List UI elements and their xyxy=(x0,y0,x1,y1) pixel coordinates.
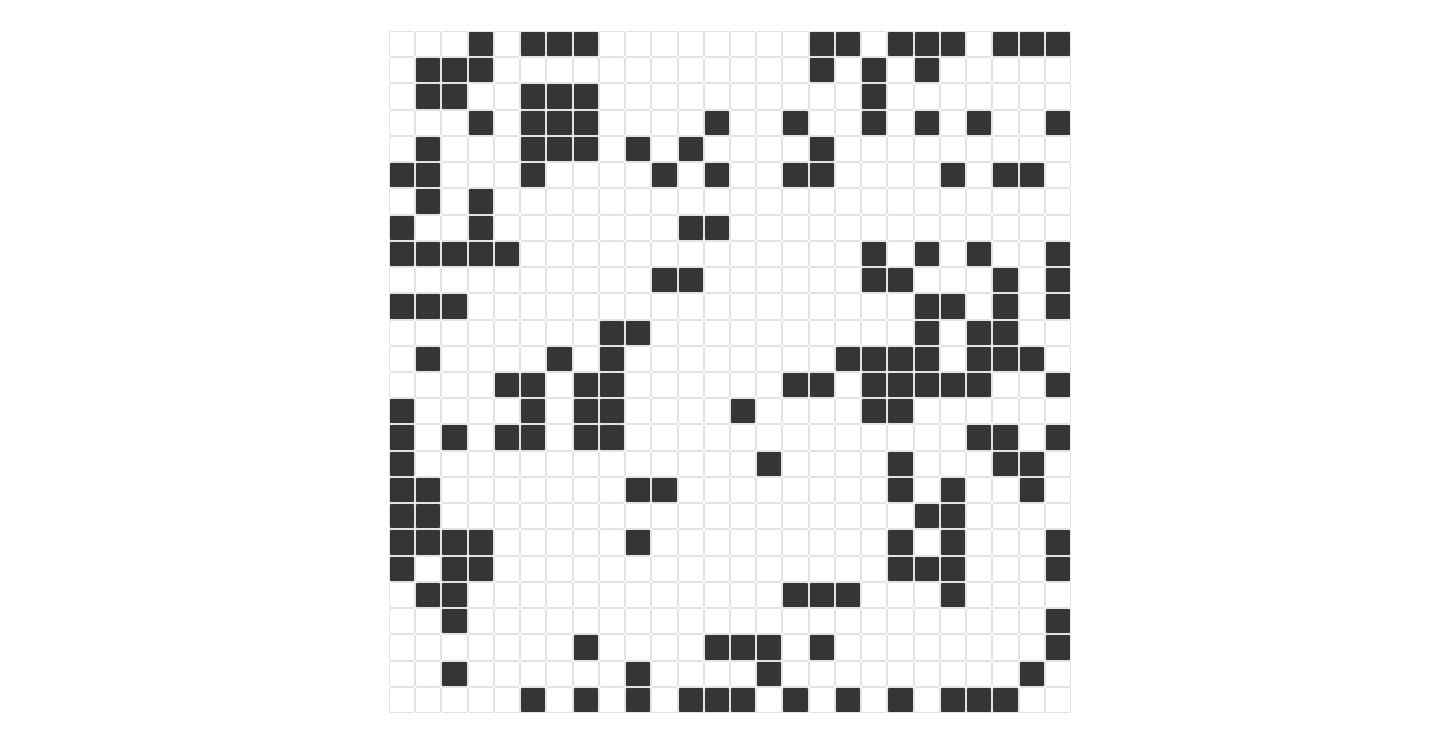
grid-cell[interactable] xyxy=(756,83,782,109)
grid-cell[interactable] xyxy=(389,57,415,83)
grid-cell[interactable] xyxy=(861,241,887,267)
grid-cell[interactable] xyxy=(678,241,704,267)
grid-cell[interactable] xyxy=(966,582,992,608)
grid-cell[interactable] xyxy=(389,267,415,293)
grid-cell[interactable] xyxy=(678,293,704,319)
grid-cell[interactable] xyxy=(914,215,940,241)
grid-cell[interactable] xyxy=(468,110,494,136)
grid-cell[interactable] xyxy=(441,346,467,372)
grid-cell[interactable] xyxy=(468,529,494,555)
grid-cell[interactable] xyxy=(546,529,572,555)
grid-cell[interactable] xyxy=(599,687,625,713)
grid-cell[interactable] xyxy=(914,503,940,529)
grid-cell[interactable] xyxy=(678,372,704,398)
grid-cell[interactable] xyxy=(835,556,861,582)
grid-cell[interactable] xyxy=(520,320,546,346)
grid-cell[interactable] xyxy=(809,608,835,634)
grid-cell[interactable] xyxy=(441,188,467,214)
grid-cell[interactable] xyxy=(1045,110,1071,136)
grid-cell[interactable] xyxy=(573,267,599,293)
grid-cell[interactable] xyxy=(415,608,441,634)
grid-cell[interactable] xyxy=(861,661,887,687)
grid-cell[interactable] xyxy=(992,608,1018,634)
grid-cell[interactable] xyxy=(835,529,861,555)
grid-cell[interactable] xyxy=(520,162,546,188)
grid-cell[interactable] xyxy=(1045,372,1071,398)
grid-cell[interactable] xyxy=(389,215,415,241)
grid-cell[interactable] xyxy=(651,529,677,555)
grid-cell[interactable] xyxy=(782,582,808,608)
grid-cell[interactable] xyxy=(940,136,966,162)
grid-cell[interactable] xyxy=(441,215,467,241)
grid-cell[interactable] xyxy=(625,215,651,241)
grid-cell[interactable] xyxy=(835,346,861,372)
grid-cell[interactable] xyxy=(441,241,467,267)
grid-cell[interactable] xyxy=(730,424,756,450)
grid-cell[interactable] xyxy=(1019,608,1045,634)
grid-cell[interactable] xyxy=(651,110,677,136)
grid-cell[interactable] xyxy=(887,424,913,450)
grid-cell[interactable] xyxy=(940,608,966,634)
grid-cell[interactable] xyxy=(468,398,494,424)
grid-cell[interactable] xyxy=(441,83,467,109)
grid-cell[interactable] xyxy=(651,346,677,372)
grid-cell[interactable] xyxy=(756,582,782,608)
grid-cell[interactable] xyxy=(861,608,887,634)
grid-cell[interactable] xyxy=(730,661,756,687)
grid-cell[interactable] xyxy=(651,293,677,319)
grid-cell[interactable] xyxy=(756,661,782,687)
grid-cell[interactable] xyxy=(1019,215,1045,241)
grid-cell[interactable] xyxy=(468,372,494,398)
grid-cell[interactable] xyxy=(835,320,861,346)
grid-cell[interactable] xyxy=(1045,661,1071,687)
grid-cell[interactable] xyxy=(730,188,756,214)
grid-cell[interactable] xyxy=(704,136,730,162)
grid-cell[interactable] xyxy=(415,136,441,162)
grid-cell[interactable] xyxy=(546,503,572,529)
grid-cell[interactable] xyxy=(914,293,940,319)
grid-cell[interactable] xyxy=(1045,424,1071,450)
grid-cell[interactable] xyxy=(887,634,913,660)
grid-cell[interactable] xyxy=(782,556,808,582)
grid-cell[interactable] xyxy=(520,136,546,162)
grid-cell[interactable] xyxy=(625,477,651,503)
grid-cell[interactable] xyxy=(546,31,572,57)
grid-cell[interactable] xyxy=(389,188,415,214)
grid-cell[interactable] xyxy=(835,451,861,477)
grid-cell[interactable] xyxy=(415,188,441,214)
grid-cell[interactable] xyxy=(730,477,756,503)
grid-cell[interactable] xyxy=(887,372,913,398)
grid-cell[interactable] xyxy=(704,188,730,214)
grid-cell[interactable] xyxy=(966,372,992,398)
grid-cell[interactable] xyxy=(861,634,887,660)
grid-cell[interactable] xyxy=(389,136,415,162)
grid-cell[interactable] xyxy=(704,31,730,57)
grid-cell[interactable] xyxy=(520,293,546,319)
grid-cell[interactable] xyxy=(1019,136,1045,162)
grid-cell[interactable] xyxy=(599,293,625,319)
grid-cell[interactable] xyxy=(966,661,992,687)
grid-cell[interactable] xyxy=(599,503,625,529)
grid-cell[interactable] xyxy=(573,529,599,555)
grid-cell[interactable] xyxy=(651,267,677,293)
grid-cell[interactable] xyxy=(782,136,808,162)
grid-cell[interactable] xyxy=(415,293,441,319)
grid-cell[interactable] xyxy=(809,83,835,109)
grid-cell[interactable] xyxy=(494,320,520,346)
grid-cell[interactable] xyxy=(1045,215,1071,241)
grid-cell[interactable] xyxy=(441,110,467,136)
grid-cell[interactable] xyxy=(678,136,704,162)
grid-cell[interactable] xyxy=(494,372,520,398)
grid-cell[interactable] xyxy=(546,477,572,503)
grid-cell[interactable] xyxy=(1019,398,1045,424)
grid-cell[interactable] xyxy=(730,529,756,555)
grid-cell[interactable] xyxy=(520,398,546,424)
grid-cell[interactable] xyxy=(494,556,520,582)
grid-cell[interactable] xyxy=(678,634,704,660)
grid-cell[interactable] xyxy=(468,293,494,319)
grid-cell[interactable] xyxy=(782,372,808,398)
grid-cell[interactable] xyxy=(546,346,572,372)
grid-cell[interactable] xyxy=(887,57,913,83)
grid-cell[interactable] xyxy=(940,31,966,57)
grid-cell[interactable] xyxy=(992,346,1018,372)
grid-cell[interactable] xyxy=(494,608,520,634)
grid-cell[interactable] xyxy=(966,608,992,634)
grid-cell[interactable] xyxy=(678,346,704,372)
grid-cell[interactable] xyxy=(468,57,494,83)
grid-cell[interactable] xyxy=(861,83,887,109)
grid-cell[interactable] xyxy=(494,110,520,136)
grid-cell[interactable] xyxy=(730,267,756,293)
grid-cell[interactable] xyxy=(573,31,599,57)
grid-cell[interactable] xyxy=(704,162,730,188)
grid-cell[interactable] xyxy=(441,529,467,555)
grid-cell[interactable] xyxy=(494,634,520,660)
grid-cell[interactable] xyxy=(861,451,887,477)
grid-cell[interactable] xyxy=(835,136,861,162)
grid-cell[interactable] xyxy=(573,687,599,713)
grid-cell[interactable] xyxy=(678,503,704,529)
grid-cell[interactable] xyxy=(835,57,861,83)
grid-cell[interactable] xyxy=(651,634,677,660)
grid-cell[interactable] xyxy=(546,136,572,162)
grid-cell[interactable] xyxy=(940,451,966,477)
grid-cell[interactable] xyxy=(835,267,861,293)
grid-cell[interactable] xyxy=(625,398,651,424)
grid-cell[interactable] xyxy=(809,634,835,660)
grid-cell[interactable] xyxy=(730,634,756,660)
grid-cell[interactable] xyxy=(678,188,704,214)
grid-cell[interactable] xyxy=(782,634,808,660)
grid-cell[interactable] xyxy=(1045,634,1071,660)
grid-cell[interactable] xyxy=(651,582,677,608)
grid-cell[interactable] xyxy=(966,320,992,346)
grid-cell[interactable] xyxy=(678,83,704,109)
grid-cell[interactable] xyxy=(704,477,730,503)
grid-cell[interactable] xyxy=(389,608,415,634)
grid-cell[interactable] xyxy=(599,162,625,188)
grid-cell[interactable] xyxy=(599,31,625,57)
grid-cell[interactable] xyxy=(1045,31,1071,57)
grid-cell[interactable] xyxy=(546,293,572,319)
grid-cell[interactable] xyxy=(704,241,730,267)
grid-cell[interactable] xyxy=(914,31,940,57)
grid-cell[interactable] xyxy=(441,162,467,188)
grid-cell[interactable] xyxy=(1045,57,1071,83)
grid-cell[interactable] xyxy=(441,687,467,713)
grid-cell[interactable] xyxy=(704,634,730,660)
grid-cell[interactable] xyxy=(730,608,756,634)
grid-cell[interactable] xyxy=(520,529,546,555)
grid-cell[interactable] xyxy=(389,83,415,109)
grid-cell[interactable] xyxy=(782,188,808,214)
grid-cell[interactable] xyxy=(573,293,599,319)
grid-cell[interactable] xyxy=(599,529,625,555)
grid-cell[interactable] xyxy=(861,162,887,188)
grid-cell[interactable] xyxy=(835,110,861,136)
grid-cell[interactable] xyxy=(651,320,677,346)
grid-cell[interactable] xyxy=(756,188,782,214)
grid-cell[interactable] xyxy=(546,424,572,450)
grid-cell[interactable] xyxy=(651,83,677,109)
grid-cell[interactable] xyxy=(782,241,808,267)
grid-cell[interactable] xyxy=(520,188,546,214)
grid-cell[interactable] xyxy=(966,57,992,83)
grid-cell[interactable] xyxy=(704,110,730,136)
grid-cell[interactable] xyxy=(415,661,441,687)
grid-cell[interactable] xyxy=(966,293,992,319)
grid-cell[interactable] xyxy=(573,451,599,477)
grid-cell[interactable] xyxy=(756,57,782,83)
grid-cell[interactable] xyxy=(651,477,677,503)
grid-cell[interactable] xyxy=(835,661,861,687)
grid-cell[interactable] xyxy=(940,110,966,136)
grid-cell[interactable] xyxy=(782,267,808,293)
grid-cell[interactable] xyxy=(468,582,494,608)
grid-cell[interactable] xyxy=(599,188,625,214)
grid-cell[interactable] xyxy=(599,451,625,477)
grid-cell[interactable] xyxy=(546,57,572,83)
grid-cell[interactable] xyxy=(1045,477,1071,503)
grid-cell[interactable] xyxy=(730,556,756,582)
grid-cell[interactable] xyxy=(782,503,808,529)
grid-cell[interactable] xyxy=(914,346,940,372)
grid-cell[interactable] xyxy=(992,162,1018,188)
grid-cell[interactable] xyxy=(599,57,625,83)
grid-cell[interactable] xyxy=(914,608,940,634)
grid-cell[interactable] xyxy=(520,634,546,660)
grid-cell[interactable] xyxy=(1019,188,1045,214)
grid-cell[interactable] xyxy=(1019,293,1045,319)
grid-cell[interactable] xyxy=(1045,293,1071,319)
grid-cell[interactable] xyxy=(599,424,625,450)
grid-cell[interactable] xyxy=(940,267,966,293)
grid-cell[interactable] xyxy=(494,582,520,608)
grid-cell[interactable] xyxy=(415,162,441,188)
grid-cell[interactable] xyxy=(782,451,808,477)
grid-cell[interactable] xyxy=(1019,687,1045,713)
grid-cell[interactable] xyxy=(756,110,782,136)
grid-cell[interactable] xyxy=(940,188,966,214)
grid-cell[interactable] xyxy=(1019,582,1045,608)
grid-cell[interactable] xyxy=(415,424,441,450)
grid-cell[interactable] xyxy=(389,162,415,188)
grid-cell[interactable] xyxy=(887,477,913,503)
grid-cell[interactable] xyxy=(809,582,835,608)
grid-cell[interactable] xyxy=(861,267,887,293)
grid-cell[interactable] xyxy=(625,582,651,608)
grid-cell[interactable] xyxy=(992,582,1018,608)
grid-cell[interactable] xyxy=(756,556,782,582)
grid-cell[interactable] xyxy=(1019,57,1045,83)
grid-cell[interactable] xyxy=(599,582,625,608)
grid-cell[interactable] xyxy=(520,477,546,503)
grid-cell[interactable] xyxy=(468,267,494,293)
grid-cell[interactable] xyxy=(887,687,913,713)
grid-cell[interactable] xyxy=(730,215,756,241)
grid-cell[interactable] xyxy=(678,162,704,188)
grid-cell[interactable] xyxy=(809,293,835,319)
grid-cell[interactable] xyxy=(573,582,599,608)
grid-cell[interactable] xyxy=(704,608,730,634)
grid-cell[interactable] xyxy=(861,556,887,582)
grid-cell[interactable] xyxy=(1019,424,1045,450)
grid-cell[interactable] xyxy=(861,31,887,57)
grid-cell[interactable] xyxy=(599,608,625,634)
grid-cell[interactable] xyxy=(389,451,415,477)
grid-cell[interactable] xyxy=(861,136,887,162)
grid-cell[interactable] xyxy=(940,634,966,660)
grid-cell[interactable] xyxy=(1045,398,1071,424)
grid-cell[interactable] xyxy=(1019,267,1045,293)
grid-cell[interactable] xyxy=(861,372,887,398)
grid-cell[interactable] xyxy=(520,215,546,241)
grid-cell[interactable] xyxy=(1045,188,1071,214)
grid-cell[interactable] xyxy=(861,529,887,555)
grid-cell[interactable] xyxy=(704,687,730,713)
grid-cell[interactable] xyxy=(940,687,966,713)
grid-cell[interactable] xyxy=(1045,346,1071,372)
grid-cell[interactable] xyxy=(914,267,940,293)
grid-cell[interactable] xyxy=(782,424,808,450)
grid-cell[interactable] xyxy=(625,136,651,162)
grid-cell[interactable] xyxy=(835,582,861,608)
grid-cell[interactable] xyxy=(809,556,835,582)
grid-cell[interactable] xyxy=(1045,529,1071,555)
grid-cell[interactable] xyxy=(704,424,730,450)
grid-cell[interactable] xyxy=(704,556,730,582)
grid-cell[interactable] xyxy=(730,582,756,608)
grid-cell[interactable] xyxy=(966,110,992,136)
grid-cell[interactable] xyxy=(940,398,966,424)
grid-cell[interactable] xyxy=(546,661,572,687)
grid-cell[interactable] xyxy=(940,346,966,372)
grid-cell[interactable] xyxy=(494,31,520,57)
grid-cell[interactable] xyxy=(468,215,494,241)
grid-cell[interactable] xyxy=(992,293,1018,319)
grid-cell[interactable] xyxy=(809,346,835,372)
grid-cell[interactable] xyxy=(546,556,572,582)
grid-cell[interactable] xyxy=(782,162,808,188)
grid-cell[interactable] xyxy=(573,110,599,136)
grid-cell[interactable] xyxy=(1019,320,1045,346)
grid-cell[interactable] xyxy=(599,83,625,109)
grid-cell[interactable] xyxy=(914,477,940,503)
grid-cell[interactable] xyxy=(940,320,966,346)
grid-cell[interactable] xyxy=(861,582,887,608)
grid-cell[interactable] xyxy=(809,110,835,136)
grid-cell[interactable] xyxy=(809,503,835,529)
grid-cell[interactable] xyxy=(520,241,546,267)
grid-cell[interactable] xyxy=(992,267,1018,293)
grid-cell[interactable] xyxy=(520,31,546,57)
grid-cell[interactable] xyxy=(756,31,782,57)
grid-cell[interactable] xyxy=(1045,451,1071,477)
grid-cell[interactable] xyxy=(861,215,887,241)
grid-cell[interactable] xyxy=(389,320,415,346)
grid-cell[interactable] xyxy=(494,661,520,687)
grid-cell[interactable] xyxy=(520,661,546,687)
grid-cell[interactable] xyxy=(809,372,835,398)
grid-cell[interactable] xyxy=(1019,529,1045,555)
grid-cell[interactable] xyxy=(441,424,467,450)
grid-cell[interactable] xyxy=(756,346,782,372)
grid-cell[interactable] xyxy=(782,83,808,109)
grid-cell[interactable] xyxy=(678,267,704,293)
grid-cell[interactable] xyxy=(494,267,520,293)
grid-cell[interactable] xyxy=(966,162,992,188)
grid-cell[interactable] xyxy=(678,320,704,346)
grid-cell[interactable] xyxy=(468,320,494,346)
grid-cell[interactable] xyxy=(992,136,1018,162)
grid-cell[interactable] xyxy=(835,608,861,634)
grid-cell[interactable] xyxy=(756,241,782,267)
grid-cell[interactable] xyxy=(835,634,861,660)
grid-cell[interactable] xyxy=(756,451,782,477)
grid-cell[interactable] xyxy=(730,293,756,319)
grid-cell[interactable] xyxy=(573,634,599,660)
grid-cell[interactable] xyxy=(494,424,520,450)
grid-cell[interactable] xyxy=(966,398,992,424)
grid-cell[interactable] xyxy=(441,31,467,57)
grid-cell[interactable] xyxy=(546,634,572,660)
grid-cell[interactable] xyxy=(782,57,808,83)
grid-cell[interactable] xyxy=(651,687,677,713)
grid-cell[interactable] xyxy=(651,661,677,687)
grid-cell[interactable] xyxy=(861,398,887,424)
grid-cell[interactable] xyxy=(678,424,704,450)
grid-cell[interactable] xyxy=(782,31,808,57)
grid-cell[interactable] xyxy=(468,424,494,450)
grid-cell[interactable] xyxy=(756,162,782,188)
grid-cell[interactable] xyxy=(678,582,704,608)
grid-cell[interactable] xyxy=(730,162,756,188)
grid-cell[interactable] xyxy=(809,136,835,162)
grid-cell[interactable] xyxy=(441,503,467,529)
grid-cell[interactable] xyxy=(756,634,782,660)
grid-cell[interactable] xyxy=(992,57,1018,83)
grid-cell[interactable] xyxy=(887,215,913,241)
grid-cell[interactable] xyxy=(625,346,651,372)
grid-cell[interactable] xyxy=(704,661,730,687)
grid-cell[interactable] xyxy=(573,503,599,529)
grid-cell[interactable] xyxy=(494,293,520,319)
grid-cell[interactable] xyxy=(730,451,756,477)
